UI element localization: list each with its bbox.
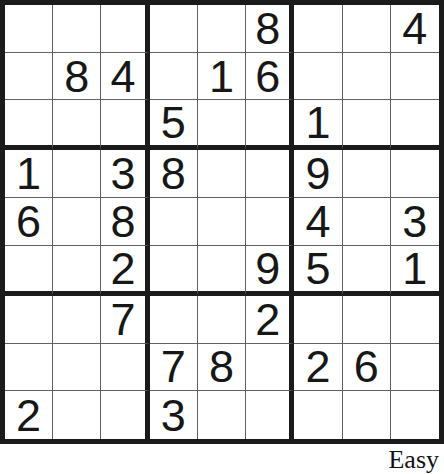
cell-r6c6[interactable]: 9 <box>246 246 294 296</box>
cell-r4c9[interactable] <box>391 150 439 198</box>
cell-r4c3[interactable]: 3 <box>101 150 149 198</box>
cell-r2c1[interactable] <box>5 53 53 101</box>
cell-r5c4[interactable] <box>150 198 198 246</box>
cell-r3c6[interactable] <box>246 100 294 150</box>
sudoku-board: 8484165113896843295172782623 <box>0 0 444 444</box>
cell-r1c4[interactable] <box>150 5 198 53</box>
cell-r5c2[interactable] <box>53 198 101 246</box>
cell-r8c9[interactable] <box>391 344 439 392</box>
cell-r6c1[interactable] <box>5 246 53 296</box>
cell-r1c9[interactable]: 4 <box>391 5 439 53</box>
cell-r7c6[interactable]: 2 <box>246 296 294 344</box>
page: 8484165113896843295172782623 Easy <box>0 0 444 474</box>
cell-r7c9[interactable] <box>391 296 439 344</box>
cell-r4c8[interactable] <box>343 150 391 198</box>
cell-r3c8[interactable] <box>343 100 391 150</box>
cell-r4c4[interactable]: 8 <box>150 150 198 198</box>
cell-r1c3[interactable] <box>101 5 149 53</box>
cell-r2c7[interactable] <box>294 53 342 101</box>
cell-r3c9[interactable] <box>391 100 439 150</box>
cell-r9c6[interactable] <box>246 391 294 439</box>
cell-r5c3[interactable]: 8 <box>101 198 149 246</box>
cell-r6c4[interactable] <box>150 246 198 296</box>
cell-r1c2[interactable] <box>53 5 101 53</box>
cell-r1c1[interactable] <box>5 5 53 53</box>
cell-r6c7[interactable]: 5 <box>294 246 342 296</box>
cell-r2c5[interactable]: 1 <box>198 53 246 101</box>
cell-r8c6[interactable] <box>246 344 294 392</box>
cell-r9c1[interactable]: 2 <box>5 391 53 439</box>
cell-r8c1[interactable] <box>5 344 53 392</box>
cell-r9c3[interactable] <box>101 391 149 439</box>
cell-r5c5[interactable] <box>198 198 246 246</box>
cell-r2c4[interactable] <box>150 53 198 101</box>
cell-r3c7[interactable]: 1 <box>294 100 342 150</box>
cell-r5c9[interactable]: 3 <box>391 198 439 246</box>
cell-r5c6[interactable] <box>246 198 294 246</box>
cell-r2c3[interactable]: 4 <box>101 53 149 101</box>
cell-r7c8[interactable] <box>343 296 391 344</box>
cell-r4c1[interactable]: 1 <box>5 150 53 198</box>
cell-r2c6[interactable]: 6 <box>246 53 294 101</box>
cell-r3c5[interactable] <box>198 100 246 150</box>
cell-r6c3[interactable]: 2 <box>101 246 149 296</box>
cell-r3c3[interactable] <box>101 100 149 150</box>
cell-r5c8[interactable] <box>343 198 391 246</box>
cell-r9c2[interactable] <box>53 391 101 439</box>
cell-r8c7[interactable]: 2 <box>294 344 342 392</box>
cell-r5c1[interactable]: 6 <box>5 198 53 246</box>
difficulty-label: Easy <box>388 445 439 474</box>
cell-r6c2[interactable] <box>53 246 101 296</box>
cell-r8c2[interactable] <box>53 344 101 392</box>
cell-r2c2[interactable]: 8 <box>53 53 101 101</box>
cell-r6c8[interactable] <box>343 246 391 296</box>
cell-r7c4[interactable] <box>150 296 198 344</box>
cell-r7c7[interactable] <box>294 296 342 344</box>
cell-r8c3[interactable] <box>101 344 149 392</box>
cell-r6c9[interactable]: 1 <box>391 246 439 296</box>
cell-r7c3[interactable]: 7 <box>101 296 149 344</box>
cell-r3c2[interactable] <box>53 100 101 150</box>
cell-r7c1[interactable] <box>5 296 53 344</box>
cell-r1c5[interactable] <box>198 5 246 53</box>
cell-r4c5[interactable] <box>198 150 246 198</box>
cell-r4c7[interactable]: 9 <box>294 150 342 198</box>
cell-r2c8[interactable] <box>343 53 391 101</box>
cell-r8c5[interactable]: 8 <box>198 344 246 392</box>
cell-r8c8[interactable]: 6 <box>343 344 391 392</box>
cell-r9c8[interactable] <box>343 391 391 439</box>
cell-r9c5[interactable] <box>198 391 246 439</box>
cell-r9c9[interactable] <box>391 391 439 439</box>
cell-r3c1[interactable] <box>5 100 53 150</box>
cell-r8c4[interactable]: 7 <box>150 344 198 392</box>
cell-r7c2[interactable] <box>53 296 101 344</box>
cell-r4c6[interactable] <box>246 150 294 198</box>
cell-r6c5[interactable] <box>198 246 246 296</box>
cell-r1c8[interactable] <box>343 5 391 53</box>
cell-r3c4[interactable]: 5 <box>150 100 198 150</box>
cell-r4c2[interactable] <box>53 150 101 198</box>
cell-r2c9[interactable] <box>391 53 439 101</box>
cell-r9c7[interactable] <box>294 391 342 439</box>
cell-r1c7[interactable] <box>294 5 342 53</box>
cell-r5c7[interactable]: 4 <box>294 198 342 246</box>
cell-r9c4[interactable]: 3 <box>150 391 198 439</box>
cell-r7c5[interactable] <box>198 296 246 344</box>
cell-r1c6[interactable]: 8 <box>246 5 294 53</box>
